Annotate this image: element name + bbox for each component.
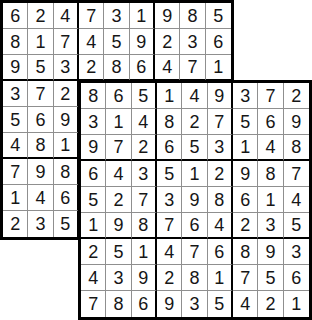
g1-cell-r2c8[interactable]: 3 [180, 29, 205, 55]
g1-cell-r2c6[interactable]: 9 [130, 29, 155, 55]
g2-cell-r5c9[interactable]: 7 [208, 109, 233, 135]
g2-cell-r5c12[interactable]: 9 [284, 109, 309, 135]
g1-cell-r3c4[interactable]: 2 [79, 55, 104, 81]
g2-cell-r8c8[interactable]: 9 [182, 187, 207, 213]
g2-cell-r5c7[interactable]: 8 [157, 109, 182, 135]
g2-cell-r6c6[interactable]: 2 [132, 135, 157, 161]
sudoku-board: 6247319858174592369532864713728651495693… [0, 0, 312, 320]
g1-cell-r6c3[interactable]: 1 [54, 133, 79, 159]
g2-cell-r11c9[interactable]: 1 [208, 265, 233, 291]
g1-cell-r3c3[interactable]: 3 [54, 55, 79, 81]
g2-cell-r4c7[interactable]: 1 [157, 83, 182, 109]
g2-cell-r10c10[interactable]: 8 [233, 239, 258, 265]
g2-cell-r5c8[interactable]: 2 [182, 109, 207, 135]
g1-cell-r5c2[interactable]: 6 [28, 107, 53, 133]
g2-cell-r12c7[interactable]: 9 [157, 291, 182, 317]
g1-cell-r9c3[interactable]: 5 [54, 211, 79, 237]
g1-cell-r2c2[interactable]: 1 [28, 29, 53, 55]
g1-cell-r3c8[interactable]: 7 [180, 55, 205, 81]
g1-cell-r2c5[interactable]: 5 [104, 29, 129, 55]
g2-cell-r7c9[interactable]: 2 [208, 161, 233, 187]
g2-cell-r9c6[interactable]: 8 [132, 213, 157, 239]
g2-cell-r7c7[interactable]: 5 [157, 161, 182, 187]
g2-cell-r5c5[interactable]: 1 [106, 109, 131, 135]
g2-cell-r10c11[interactable]: 9 [258, 239, 283, 265]
g2-cell-r5c4[interactable]: 3 [81, 109, 106, 135]
g1-cell-r1c8[interactable]: 8 [180, 3, 205, 29]
g2-cell-r9c7[interactable]: 7 [157, 213, 182, 239]
g2-cell-r5c11[interactable]: 6 [258, 109, 283, 135]
g2-cell-r5c10[interactable]: 5 [233, 109, 258, 135]
g1-cell-r1c2[interactable]: 2 [28, 3, 53, 29]
g1-cell-r8c2[interactable]: 4 [28, 185, 53, 211]
g2-cell-r11c8[interactable]: 8 [182, 265, 207, 291]
g2-cell-r4c6[interactable]: 5 [132, 83, 157, 109]
g1-cell-r4c3[interactable]: 2 [54, 81, 79, 107]
g1-cell-r2c3[interactable]: 7 [54, 29, 79, 55]
g2-cell-r12c8[interactable]: 3 [182, 291, 207, 317]
g2-cell-r12c4[interactable]: 7 [81, 291, 106, 317]
g1-cell-r4c1[interactable]: 3 [3, 81, 28, 107]
g2-cell-r6c4[interactable]: 9 [81, 135, 106, 161]
g2-cell-r4c10[interactable]: 3 [233, 83, 258, 109]
g2-cell-r6c7[interactable]: 6 [157, 135, 182, 161]
g2-cell-r12c11[interactable]: 2 [258, 291, 283, 317]
g2-cell-r11c4[interactable]: 4 [81, 265, 106, 291]
g2-cell-r6c11[interactable]: 4 [258, 135, 283, 161]
g2-cell-r9c4[interactable]: 1 [81, 213, 106, 239]
g2-cell-r10c4[interactable]: 2 [81, 239, 106, 265]
g1-cell-r1c9[interactable]: 5 [206, 3, 231, 29]
g2-cell-r12c10[interactable]: 4 [233, 291, 258, 317]
g2-cell-r11c10[interactable]: 7 [233, 265, 258, 291]
g2-cell-r8c11[interactable]: 1 [258, 187, 283, 213]
g2-cell-r10c12[interactable]: 3 [284, 239, 309, 265]
g1-cell-r3c5[interactable]: 8 [104, 55, 129, 81]
g2-cell-r11c12[interactable]: 6 [284, 265, 309, 291]
g2-cell-r10c7[interactable]: 4 [157, 239, 182, 265]
g1-cell-r5c1[interactable]: 5 [3, 107, 28, 133]
g2-cell-r7c12[interactable]: 7 [284, 161, 309, 187]
g1-cell-r3c7[interactable]: 4 [155, 55, 180, 81]
g2-cell-r9c5[interactable]: 9 [106, 213, 131, 239]
g1-cell-r2c7[interactable]: 2 [155, 29, 180, 55]
g2-cell-r4c8[interactable]: 4 [182, 83, 207, 109]
g1-cell-r1c4[interactable]: 7 [79, 3, 104, 29]
g1-cell-r3c2[interactable]: 5 [28, 55, 53, 81]
g2-cell-r7c5[interactable]: 4 [106, 161, 131, 187]
g1-cell-r1c1[interactable]: 6 [3, 3, 28, 29]
g2-cell-r6c9[interactable]: 3 [208, 135, 233, 161]
g2-cell-r12c9[interactable]: 5 [208, 291, 233, 317]
g2-cell-r10c9[interactable]: 6 [208, 239, 233, 265]
g1-cell-r3c1[interactable]: 9 [3, 55, 28, 81]
g2-cell-r6c12[interactable]: 8 [284, 135, 309, 161]
g2-cell-r11c5[interactable]: 3 [106, 265, 131, 291]
g2-cell-r12c12[interactable]: 1 [284, 291, 309, 317]
g2-cell-r4c4[interactable]: 8 [81, 83, 106, 109]
g2-cell-r10c8[interactable]: 7 [182, 239, 207, 265]
g2-cell-r4c5[interactable]: 6 [106, 83, 131, 109]
g2-cell-r11c7[interactable]: 2 [157, 265, 182, 291]
g2-cell-r9c12[interactable]: 5 [284, 213, 309, 239]
g2-cell-r8c9[interactable]: 8 [208, 187, 233, 213]
g1-cell-r6c1[interactable]: 4 [3, 133, 28, 159]
g1-cell-r1c3[interactable]: 4 [54, 3, 79, 29]
g1-cell-r6c2[interactable]: 8 [28, 133, 53, 159]
g2-cell-r11c6[interactable]: 9 [132, 265, 157, 291]
g2-cell-r7c8[interactable]: 1 [182, 161, 207, 187]
g2-cell-r6c10[interactable]: 1 [233, 135, 258, 161]
g1-cell-r2c9[interactable]: 6 [206, 29, 231, 55]
g2-cell-r7c6[interactable]: 3 [132, 161, 157, 187]
g2-cell-r6c5[interactable]: 7 [106, 135, 131, 161]
g2-cell-r7c10[interactable]: 9 [233, 161, 258, 187]
g2-cell-r7c11[interactable]: 8 [258, 161, 283, 187]
g1-cell-r7c3[interactable]: 8 [54, 159, 79, 185]
g1-cell-r4c2[interactable]: 7 [28, 81, 53, 107]
g1-cell-r7c1[interactable]: 7 [3, 159, 28, 185]
g2-cell-r10c6[interactable]: 1 [132, 239, 157, 265]
g2-cell-r12c6[interactable]: 6 [132, 291, 157, 317]
g1-cell-r8c1[interactable]: 1 [3, 185, 28, 211]
g2-cell-r11c11[interactable]: 5 [258, 265, 283, 291]
g1-cell-r1c5[interactable]: 3 [104, 3, 129, 29]
g2-cell-r4c9[interactable]: 9 [208, 83, 233, 109]
g1-cell-r2c1[interactable]: 8 [3, 29, 28, 55]
g2-cell-r9c10[interactable]: 2 [233, 213, 258, 239]
g1-cell-r5c3[interactable]: 9 [54, 107, 79, 133]
g2-cell-r9c11[interactable]: 3 [258, 213, 283, 239]
g2-cell-r10c5[interactable]: 5 [106, 239, 131, 265]
g1-cell-r2c4[interactable]: 4 [79, 29, 104, 55]
g2-cell-r4c11[interactable]: 7 [258, 83, 283, 109]
g2-cell-r12c5[interactable]: 8 [106, 291, 131, 317]
g1-cell-r8c3[interactable]: 6 [54, 185, 79, 211]
g2-cell-r8c5[interactable]: 2 [106, 187, 131, 213]
g2-cell-r8c6[interactable]: 7 [132, 187, 157, 213]
g1-cell-r9c1[interactable]: 2 [3, 211, 28, 237]
g2-cell-r7c4[interactable]: 6 [81, 161, 106, 187]
g2-cell-r8c4[interactable]: 5 [81, 187, 106, 213]
g2-cell-r8c7[interactable]: 3 [157, 187, 182, 213]
g2-cell-r5c6[interactable]: 4 [132, 109, 157, 135]
g1-cell-r1c6[interactable]: 1 [130, 3, 155, 29]
g1-cell-r9c2[interactable]: 3 [28, 211, 53, 237]
g2-cell-r4c12[interactable]: 2 [284, 83, 309, 109]
g1-cell-r1c7[interactable]: 9 [155, 3, 180, 29]
g1-cell-r7c2[interactable]: 9 [28, 159, 53, 185]
g2-cell-r9c9[interactable]: 4 [208, 213, 233, 239]
g1-cell-r3c6[interactable]: 6 [130, 55, 155, 81]
g2-cell-r9c8[interactable]: 6 [182, 213, 207, 239]
g2-cell-r8c10[interactable]: 6 [233, 187, 258, 213]
g2-cell-r8c12[interactable]: 4 [284, 187, 309, 213]
sudoku-grid-2: 8651493723148275699726531486435129875273… [78, 80, 312, 320]
g1-cell-r3c9[interactable]: 1 [206, 55, 231, 81]
g2-cell-r6c8[interactable]: 5 [182, 135, 207, 161]
